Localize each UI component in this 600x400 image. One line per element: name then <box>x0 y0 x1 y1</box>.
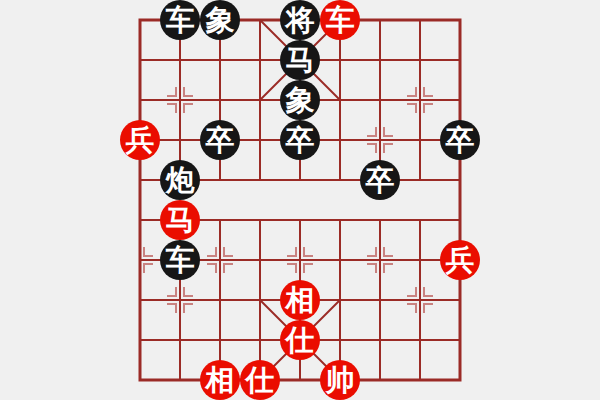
red-elephant[interactable]: 相 <box>200 360 240 400</box>
point-marker <box>384 144 393 153</box>
point-marker <box>207 247 216 256</box>
black-cannon[interactable]: 炮 <box>160 160 200 200</box>
point-marker <box>407 304 416 313</box>
red-advisor[interactable]: 仕 <box>280 320 320 360</box>
red-horse[interactable]: 马 <box>160 200 200 240</box>
red-soldier[interactable]: 兵 <box>120 120 160 160</box>
red-chariot[interactable]: 车 <box>320 0 360 40</box>
point-marker <box>384 264 393 273</box>
point-marker <box>304 264 313 273</box>
point-marker <box>184 304 193 313</box>
xiangqi-board: 车象将车马象兵卒卒卒炮卒马车兵相仕相仕帅 <box>0 0 600 400</box>
point-marker <box>167 304 176 313</box>
point-marker <box>424 104 433 113</box>
point-marker <box>407 287 416 296</box>
point-marker <box>367 264 376 273</box>
point-marker <box>184 87 193 96</box>
red-elephant[interactable]: 相 <box>280 280 320 320</box>
point-marker <box>424 87 433 96</box>
black-chariot[interactable]: 车 <box>160 240 200 280</box>
red-advisor[interactable]: 仕 <box>240 360 280 400</box>
black-soldier[interactable]: 卒 <box>360 160 400 200</box>
black-elephant[interactable]: 象 <box>200 0 240 40</box>
black-horse[interactable]: 马 <box>280 40 320 80</box>
black-chariot[interactable]: 车 <box>160 0 200 40</box>
point-marker <box>407 104 416 113</box>
point-marker <box>167 287 176 296</box>
black-elephant[interactable]: 象 <box>280 80 320 120</box>
point-marker <box>144 264 153 273</box>
point-marker <box>287 247 296 256</box>
point-marker <box>384 127 393 136</box>
point-marker <box>424 304 433 313</box>
point-marker <box>207 264 216 273</box>
point-marker <box>184 287 193 296</box>
red-king[interactable]: 帅 <box>320 360 360 400</box>
point-marker <box>144 247 153 256</box>
point-marker <box>224 247 233 256</box>
point-marker <box>224 264 233 273</box>
black-soldier[interactable]: 卒 <box>440 120 480 160</box>
point-marker <box>287 264 296 273</box>
black-king[interactable]: 将 <box>280 0 320 40</box>
point-marker <box>367 247 376 256</box>
point-marker <box>407 87 416 96</box>
point-marker <box>184 104 193 113</box>
point-marker <box>304 247 313 256</box>
point-marker <box>167 104 176 113</box>
app-background: 车象将车马象兵卒卒卒炮卒马车兵相仕相仕帅 <box>0 0 600 400</box>
red-soldier[interactable]: 兵 <box>440 240 480 280</box>
point-marker <box>167 87 176 96</box>
point-marker <box>367 144 376 153</box>
black-soldier[interactable]: 卒 <box>280 120 320 160</box>
point-marker <box>384 247 393 256</box>
point-marker <box>367 127 376 136</box>
point-marker <box>424 287 433 296</box>
black-soldier[interactable]: 卒 <box>200 120 240 160</box>
